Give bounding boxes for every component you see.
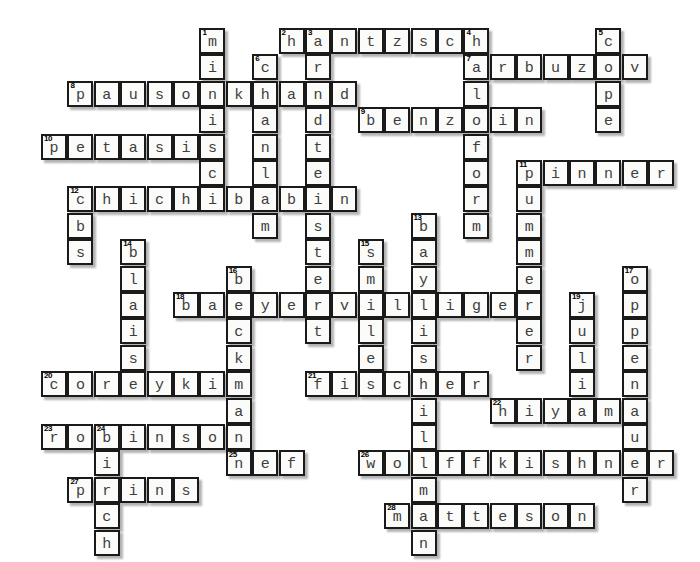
cell-r2-c4[interactable]: s	[147, 81, 173, 107]
cell-r10-c20[interactable]: j19	[569, 292, 595, 318]
cell-letter: n	[604, 167, 613, 182]
cell-r18-c2[interactable]: c	[94, 503, 120, 529]
cell-r5-c18[interactable]: p11	[516, 160, 542, 186]
cell-r6-c2[interactable]: h	[94, 186, 120, 212]
cell-r10-c12[interactable]: i	[358, 292, 384, 318]
crossword-page: m1h2a3ntzsch4c5ic6ra7rbuzovp8ausonkhandl…	[0, 0, 700, 562]
cell-letter: e	[525, 273, 534, 288]
cell-r0-c15[interactable]: c	[437, 28, 463, 54]
clue-number: 25	[229, 451, 237, 459]
cell-r4-c3[interactable]: a	[120, 134, 146, 160]
cell-r12-c20[interactable]: l	[569, 345, 595, 371]
cell-r16-c20[interactable]: h	[569, 450, 595, 476]
clue-number: 6	[255, 55, 259, 63]
cell-letter: s	[525, 510, 534, 525]
cell-letter: r	[49, 431, 58, 446]
cell-letter: i	[129, 325, 138, 340]
cell-r8-c10[interactable]: t	[305, 239, 331, 265]
cell-r17-c3[interactable]: i	[120, 477, 146, 503]
cell-r10-c7[interactable]: e	[226, 292, 252, 318]
cell-r1-c10[interactable]: r	[305, 54, 331, 80]
cell-r12-c12[interactable]: e	[358, 345, 384, 371]
cell-r14-c17[interactable]: h22	[490, 398, 516, 424]
cell-r10-c10[interactable]: r	[305, 292, 331, 318]
cell-r0-c14[interactable]: s	[411, 28, 437, 54]
cell-letter: f	[313, 378, 322, 393]
clue-number: 13	[414, 214, 422, 222]
cell-r1-c17[interactable]: r	[490, 54, 516, 80]
cell-letter: m	[366, 273, 375, 288]
cell-letter: k	[498, 457, 507, 472]
cell-r6-c18[interactable]: u	[516, 186, 542, 212]
cell-letter: a	[472, 61, 481, 76]
cell-r13-c10[interactable]: f21	[305, 371, 331, 397]
cell-r4-c4[interactable]: s	[147, 134, 173, 160]
cell-r10-c11[interactable]: v	[331, 292, 357, 318]
cell-r3-c14[interactable]: n	[411, 107, 437, 133]
cell-r16-c17[interactable]: k	[490, 450, 516, 476]
cell-letter: n	[313, 88, 322, 103]
cell-r18-c16[interactable]: t	[463, 503, 489, 529]
cell-letter: e	[630, 352, 639, 367]
cell-r5-c16[interactable]: o	[463, 160, 489, 186]
cell-r2-c1[interactable]: p8	[67, 81, 93, 107]
cell-r16-c14[interactable]: l	[411, 450, 437, 476]
cell-letter: u	[630, 431, 639, 446]
cell-r3-c15[interactable]: z	[437, 107, 463, 133]
cell-r11-c3[interactable]: i	[120, 318, 146, 344]
cell-letter: i	[208, 114, 217, 129]
cell-r15-c2[interactable]: b24	[94, 424, 120, 450]
cell-letter: a	[261, 193, 270, 208]
cell-r15-c7[interactable]: n	[226, 424, 252, 450]
cell-r3-c6[interactable]: i	[199, 107, 225, 133]
cell-r7-c8[interactable]: m	[252, 213, 278, 239]
cell-r13-c0[interactable]: c20	[41, 371, 67, 397]
cell-r18-c15[interactable]: t	[437, 503, 463, 529]
cell-r10-c18[interactable]: r	[516, 292, 542, 318]
cell-r1-c21[interactable]: o	[595, 54, 621, 80]
clue-number: 19	[572, 293, 580, 301]
cell-r2-c11[interactable]: d	[331, 81, 357, 107]
cell-r6-c10[interactable]: i	[305, 186, 331, 212]
cell-r17-c5[interactable]: s	[173, 477, 199, 503]
cell-r10-c6[interactable]: a	[199, 292, 225, 318]
cell-r15-c0[interactable]: r23	[41, 424, 67, 450]
cell-r9-c7[interactable]: b16	[226, 266, 252, 292]
cell-r10-c9[interactable]: e	[279, 292, 305, 318]
cell-letter: p	[76, 88, 85, 103]
cell-r4-c5[interactable]: i	[173, 134, 199, 160]
cell-letter: v	[630, 61, 639, 76]
cell-r7-c1[interactable]: b	[67, 213, 93, 239]
cell-r18-c18[interactable]: s	[516, 503, 542, 529]
cell-r8-c18[interactable]: m	[516, 239, 542, 265]
cell-r19-c14[interactable]: n	[411, 530, 437, 556]
cell-letter: l	[419, 457, 428, 472]
cell-r2-c8[interactable]: h	[252, 81, 278, 107]
cell-r0-c6[interactable]: m1	[199, 28, 225, 54]
cell-r8-c14[interactable]: a	[411, 239, 437, 265]
cell-r13-c11[interactable]: i	[331, 371, 357, 397]
cell-letter: m	[472, 220, 481, 235]
cell-r1-c6[interactable]: i	[199, 54, 225, 80]
cell-letter: s	[366, 246, 375, 261]
cell-letter: o	[76, 378, 85, 393]
cell-letter: c	[261, 61, 270, 76]
cell-r12-c3[interactable]: s	[120, 345, 146, 371]
cell-r16-c21[interactable]: n	[595, 450, 621, 476]
cell-r11-c7[interactable]: c	[226, 318, 252, 344]
cell-r10-c14[interactable]: l	[411, 292, 437, 318]
cell-letter: n	[419, 114, 428, 129]
cell-letter: k	[234, 88, 243, 103]
cell-letter: d	[313, 114, 322, 129]
cell-r9-c12[interactable]: m	[358, 266, 384, 292]
cell-letter: h	[498, 405, 507, 420]
cell-letter: n	[155, 431, 164, 446]
cell-r14-c7[interactable]: a	[226, 398, 252, 424]
cell-r13-c22[interactable]: n	[622, 371, 648, 397]
clue-number: 21	[308, 372, 316, 380]
cell-r4-c0[interactable]: p10	[41, 134, 67, 160]
cell-r17-c14[interactable]: m	[411, 477, 437, 503]
cell-r5-c19[interactable]: i	[543, 160, 569, 186]
cell-letter: h	[287, 35, 296, 50]
cell-r4-c1[interactable]: e	[67, 134, 93, 160]
cell-r13-c1[interactable]: o	[67, 371, 93, 397]
cell-r3-c10[interactable]: d	[305, 107, 331, 133]
cell-r15-c1[interactable]: o	[67, 424, 93, 450]
cell-r17-c1[interactable]: p27	[67, 477, 93, 503]
cell-r13-c14[interactable]: h	[411, 371, 437, 397]
cell-letter: t	[313, 325, 322, 340]
cell-letter: a	[208, 299, 217, 314]
cell-r15-c22[interactable]: u	[622, 424, 648, 450]
clue-number: 15	[361, 240, 369, 248]
cell-r4-c8[interactable]: n	[252, 134, 278, 160]
cell-r14-c19[interactable]: y	[543, 398, 569, 424]
cell-r16-c22[interactable]: e	[622, 450, 648, 476]
cell-letter: t	[313, 141, 322, 156]
clue-number: 27	[70, 478, 78, 486]
cell-r8-c3[interactable]: b14	[120, 239, 146, 265]
cell-r2-c5[interactable]: o	[173, 81, 199, 107]
cell-r18-c20[interactable]: n	[569, 503, 595, 529]
cell-r15-c14[interactable]: l	[411, 424, 437, 450]
cell-letter: i	[102, 457, 111, 472]
cell-letter: n	[630, 378, 639, 393]
cell-r6-c5[interactable]: h	[173, 186, 199, 212]
cell-letter: i	[129, 431, 138, 446]
cell-r11-c12[interactable]: l	[358, 318, 384, 344]
cell-r3-c8[interactable]: a	[252, 107, 278, 133]
cell-r5-c23[interactable]: r	[648, 160, 674, 186]
cell-r11-c22[interactable]: p	[622, 318, 648, 344]
cell-r18-c17[interactable]: e	[490, 503, 516, 529]
cell-r17-c2[interactable]: r	[94, 477, 120, 503]
cell-r9-c18[interactable]: e	[516, 266, 542, 292]
cell-r6-c16[interactable]: r	[463, 186, 489, 212]
cell-r13-c20[interactable]: i	[569, 371, 595, 397]
cell-r6-c9[interactable]: b	[279, 186, 305, 212]
cell-r16-c19[interactable]: s	[543, 450, 569, 476]
cell-r6-c11[interactable]: n	[331, 186, 357, 212]
cell-r15-c5[interactable]: s	[173, 424, 199, 450]
cell-letter: s	[366, 378, 375, 393]
cell-r10-c5[interactable]: b18	[173, 292, 199, 318]
cell-letter: b	[234, 193, 243, 208]
cell-r14-c14[interactable]: i	[411, 398, 437, 424]
cell-r0-c11[interactable]: n	[331, 28, 357, 54]
cell-letter: n	[155, 484, 164, 499]
cell-r6-c7[interactable]: b	[226, 186, 252, 212]
cell-letter: h	[102, 193, 111, 208]
cell-letter: s	[208, 141, 217, 156]
cell-letter: o	[472, 114, 481, 129]
cell-r1-c20[interactable]: z	[569, 54, 595, 80]
cell-r2-c16[interactable]: l	[463, 81, 489, 107]
cell-letter: b	[525, 61, 534, 76]
cell-r13-c3[interactable]: e	[120, 371, 146, 397]
cell-r4-c2[interactable]: t	[94, 134, 120, 160]
cell-r10-c16[interactable]: g	[463, 292, 489, 318]
clue-number: 16	[229, 267, 237, 275]
cell-r6-c3[interactable]: i	[120, 186, 146, 212]
cell-letter: a	[313, 35, 322, 50]
cell-r6-c8[interactable]: a	[252, 186, 278, 212]
cell-r11-c10[interactable]: t	[305, 318, 331, 344]
cell-r1-c8[interactable]: c6	[252, 54, 278, 80]
cell-r16-c12[interactable]: w26	[358, 450, 384, 476]
cell-r5-c8[interactable]: l	[252, 160, 278, 186]
cell-r7-c14[interactable]: b13	[411, 213, 437, 239]
cell-letter: o	[604, 61, 613, 76]
cell-r14-c20[interactable]: a	[569, 398, 595, 424]
cell-r13-c2[interactable]: r	[94, 371, 120, 397]
cell-letter: n	[525, 114, 534, 129]
cell-r13-c7[interactable]: m	[226, 371, 252, 397]
cell-r7-c16[interactable]: m	[463, 213, 489, 239]
cell-letter: b	[129, 246, 138, 261]
cell-letter: c	[49, 378, 58, 393]
cell-r3-c18[interactable]: n	[516, 107, 542, 133]
cell-r4-c6[interactable]: s	[199, 134, 225, 160]
cell-r12-c18[interactable]: r	[516, 345, 542, 371]
cell-r5-c22[interactable]: e	[622, 160, 648, 186]
cell-letter: e	[129, 378, 138, 393]
cell-r4-c16[interactable]: f	[463, 134, 489, 160]
cell-r6-c6[interactable]: i	[199, 186, 225, 212]
cell-r9-c22[interactable]: o17	[622, 266, 648, 292]
cell-r3-c13[interactable]: e	[384, 107, 410, 133]
cell-letter: e	[604, 114, 613, 129]
cell-letter: g	[472, 299, 481, 314]
cell-r12-c22[interactable]: e	[622, 345, 648, 371]
cell-r2-c9[interactable]: a	[279, 81, 305, 107]
cell-letter: i	[129, 193, 138, 208]
cell-r0-c16[interactable]: h4	[463, 28, 489, 54]
cell-letter: i	[419, 325, 428, 340]
cell-r15-c4[interactable]: n	[147, 424, 173, 450]
clue-number: 5	[598, 29, 602, 37]
cell-r15-c3[interactable]: i	[120, 424, 146, 450]
cell-letter: a	[129, 299, 138, 314]
cell-r13-c13[interactable]: c	[384, 371, 410, 397]
cell-r10-c17[interactable]: e	[490, 292, 516, 318]
cell-r9-c14[interactable]: y	[411, 266, 437, 292]
cell-letter: e	[313, 167, 322, 182]
cell-r12-c7[interactable]: k	[226, 345, 252, 371]
cell-r16-c7[interactable]: n25	[226, 450, 252, 476]
cell-r1-c19[interactable]: u	[543, 54, 569, 80]
cell-r6-c1[interactable]: c12	[67, 186, 93, 212]
cell-letter: b	[287, 193, 296, 208]
cell-letter: r	[313, 299, 322, 314]
cell-r11-c14[interactable]: i	[411, 318, 437, 344]
cell-r18-c19[interactable]: o	[543, 503, 569, 529]
cell-letter: i	[208, 61, 217, 76]
cell-r7-c10[interactable]: s	[305, 213, 331, 239]
cell-r7-c18[interactable]: m	[516, 213, 542, 239]
cell-letter: z	[445, 114, 454, 129]
cell-r10-c13[interactable]: l	[384, 292, 410, 318]
cell-letter: s	[419, 352, 428, 367]
cell-r13-c16[interactable]: r	[463, 371, 489, 397]
cell-letter: i	[445, 299, 454, 314]
cell-r13-c4[interactable]: y	[147, 371, 173, 397]
cell-letter: e	[313, 273, 322, 288]
cell-letter: n	[577, 510, 586, 525]
cell-r2-c10[interactable]: n	[305, 81, 331, 107]
cell-r14-c22[interactable]: a	[622, 398, 648, 424]
cell-letter: f	[445, 457, 454, 472]
cell-letter: c	[208, 167, 217, 182]
cell-letter: k	[234, 352, 243, 367]
cell-r15-c6[interactable]: o	[199, 424, 225, 450]
clue-number: 28	[387, 504, 395, 512]
cell-r3-c21[interactable]: e	[595, 107, 621, 133]
cell-r0-c21[interactable]: c5	[595, 28, 621, 54]
cell-r17-c4[interactable]: n	[147, 477, 173, 503]
cell-r12-c14[interactable]: s	[411, 345, 437, 371]
cell-letter: p	[525, 167, 534, 182]
cell-letter: r	[525, 352, 534, 367]
cell-r8-c1[interactable]: s	[67, 239, 93, 265]
cell-r16-c13[interactable]: o	[384, 450, 410, 476]
cell-r0-c10[interactable]: a3	[305, 28, 331, 54]
cell-r13-c5[interactable]: k	[173, 371, 199, 397]
cell-r9-c10[interactable]: e	[305, 266, 331, 292]
cell-r18-c13[interactable]: m28	[384, 503, 410, 529]
cell-r0-c9[interactable]: h2	[279, 28, 305, 54]
cell-r4-c10[interactable]: t	[305, 134, 331, 160]
cell-r5-c6[interactable]: c	[199, 160, 225, 186]
cell-r2-c21[interactable]: p	[595, 81, 621, 107]
cell-letter: u	[577, 325, 586, 340]
cell-r1-c22[interactable]: v	[622, 54, 648, 80]
cell-r9-c3[interactable]: l	[120, 266, 146, 292]
cell-r1-c18[interactable]: b	[516, 54, 542, 80]
cell-r16-c15[interactable]: f	[437, 450, 463, 476]
cell-r10-c8[interactable]: y	[252, 292, 278, 318]
cell-letter: y	[551, 405, 560, 420]
cell-letter: i	[498, 114, 507, 129]
cell-r11-c18[interactable]: e	[516, 318, 542, 344]
clue-number: 23	[44, 425, 52, 433]
cell-letter: c	[445, 35, 454, 50]
cell-letter: t	[102, 141, 111, 156]
cell-r17-c22[interactable]: r	[622, 477, 648, 503]
cell-r19-c2[interactable]: h	[94, 530, 120, 556]
cell-r2-c2[interactable]: a	[94, 81, 120, 107]
cell-r14-c18[interactable]: i	[516, 398, 542, 424]
cell-letter: o	[472, 167, 481, 182]
cell-letter: h	[472, 35, 481, 50]
cell-letter: n	[234, 457, 243, 472]
cell-r10-c15[interactable]: i	[437, 292, 463, 318]
cell-letter: i	[313, 193, 322, 208]
cell-letter: s	[155, 141, 164, 156]
cell-r5-c20[interactable]: n	[569, 160, 595, 186]
cell-r14-c21[interactable]: m	[595, 398, 621, 424]
cell-r13-c15[interactable]: e	[437, 371, 463, 397]
cell-r3-c17[interactable]: i	[490, 107, 516, 133]
cell-r0-c12[interactable]: t	[358, 28, 384, 54]
cell-r2-c6[interactable]: n	[199, 81, 225, 107]
cell-letter: t	[445, 510, 454, 525]
cell-r1-c16[interactable]: a7	[463, 54, 489, 80]
cell-r3-c12[interactable]: b9	[358, 107, 384, 133]
cell-r13-c12[interactable]: s	[358, 371, 384, 397]
cell-r8-c12[interactable]: s15	[358, 239, 384, 265]
cell-r6-c4[interactable]: c	[147, 186, 173, 212]
cell-letter: r	[102, 484, 111, 499]
cell-r5-c21[interactable]: n	[595, 160, 621, 186]
cell-letter: r	[102, 378, 111, 393]
cell-letter: a	[630, 405, 639, 420]
cell-letter: b	[102, 431, 111, 446]
cell-letter: u	[525, 193, 534, 208]
cell-r16-c18[interactable]: i	[516, 450, 542, 476]
cell-letter: r	[657, 457, 666, 472]
cell-r16-c2[interactable]: i	[94, 450, 120, 476]
cell-letter: i	[419, 405, 428, 420]
cell-r2-c7[interactable]: k	[226, 81, 252, 107]
cell-letter: b	[366, 114, 375, 129]
cell-letter: r	[525, 299, 534, 314]
cell-r10-c22[interactable]: p	[622, 292, 648, 318]
cell-r16-c8[interactable]: e	[252, 450, 278, 476]
cell-letter: h	[102, 537, 111, 552]
cell-letter: l	[577, 352, 586, 367]
cell-r5-c10[interactable]: e	[305, 160, 331, 186]
cell-r2-c3[interactable]: u	[120, 81, 146, 107]
cell-letter: s	[313, 220, 322, 235]
cell-r3-c16[interactable]: o	[463, 107, 489, 133]
cell-r11-c20[interactable]: u	[569, 318, 595, 344]
cell-letter: o	[551, 510, 560, 525]
cell-r13-c6[interactable]: i	[199, 371, 225, 397]
cell-r10-c3[interactable]: a	[120, 292, 146, 318]
cell-letter: o	[393, 457, 402, 472]
cell-r16-c9[interactable]: f	[279, 450, 305, 476]
cell-r16-c16[interactable]: f	[463, 450, 489, 476]
cell-r16-c23[interactable]: r	[648, 450, 674, 476]
cell-r18-c14[interactable]: a	[411, 503, 437, 529]
cell-r0-c13[interactable]: z	[384, 28, 410, 54]
cell-letter: i	[525, 405, 534, 420]
